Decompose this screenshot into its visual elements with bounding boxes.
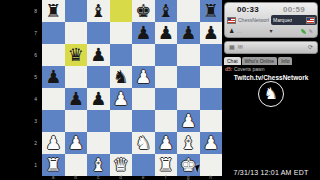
square-h8[interactable]: ♜ <box>200 0 223 22</box>
square-h7[interactable]: ♟ <box>200 22 223 44</box>
black-knight: ♞ <box>113 66 129 88</box>
black-queen: ♛ <box>68 44 84 66</box>
black-king: ♚ <box>135 0 151 22</box>
square-e5[interactable]: ♟ <box>132 66 155 88</box>
square-c2[interactable] <box>87 132 110 154</box>
clock-panel-footer: ♟ … ▾ ✎ <box>225 25 317 37</box>
square-d3[interactable] <box>110 110 133 132</box>
square-b3[interactable] <box>65 110 88 132</box>
square-f1[interactable]: ♜ <box>155 154 178 176</box>
file-label: c <box>87 175 110 180</box>
white-rook: ♜ <box>158 154 174 176</box>
black-player-name[interactable]: Marquez <box>273 17 292 23</box>
square-f8[interactable]: ♝ <box>155 0 178 22</box>
refresh-icon[interactable]: ⟳ <box>308 44 313 51</box>
square-a7[interactable] <box>42 22 65 44</box>
white-bishop: ♝ <box>180 132 196 154</box>
chat-tabs: Chat Who's Online Info <box>224 56 318 65</box>
square-f2[interactable]: ♟ <box>155 132 178 154</box>
square-c8[interactable]: ♝ <box>87 0 110 22</box>
player-row: ChessNetwork Marquez <box>225 15 317 25</box>
square-b6[interactable]: ♛ <box>65 44 88 66</box>
white-queen: ♛ <box>113 154 129 176</box>
rank-label: 3 <box>24 110 40 132</box>
file-labels: abcdefgh <box>42 175 222 180</box>
file-label: b <box>65 175 88 180</box>
file-label: f <box>155 175 178 180</box>
rank-label: 4 <box>24 88 40 110</box>
square-g6[interactable] <box>177 44 200 66</box>
square-e8[interactable]: ♚ <box>132 0 155 22</box>
chat-message-author: d5: <box>225 66 233 72</box>
square-a6[interactable] <box>42 44 65 66</box>
square-c7[interactable] <box>87 22 110 44</box>
square-d2[interactable] <box>110 132 133 154</box>
rank-label: 1 <box>24 154 40 176</box>
black-bishop: ♝ <box>158 0 174 22</box>
grid-icon[interactable]: ▦ <box>229 44 235 51</box>
square-b5[interactable] <box>65 66 88 88</box>
square-c6[interactable]: ♟ <box>87 44 110 66</box>
square-h2[interactable]: ♟ <box>200 132 223 154</box>
square-d5[interactable]: ♞ <box>110 66 133 88</box>
square-a4[interactable] <box>42 88 65 110</box>
square-b1[interactable] <box>65 154 88 176</box>
square-g8[interactable] <box>177 0 200 22</box>
white-pawn: ♟ <box>203 132 219 154</box>
white-player-area: ChessNetwork <box>225 15 271 25</box>
file-label: g <box>177 175 200 180</box>
black-pawn: ♟ <box>90 44 106 66</box>
twitter-link: Twitter.com/ChessNetwork <box>222 145 320 151</box>
white-rook: ♜ <box>45 154 61 176</box>
mail-icon[interactable]: ✉ <box>238 44 243 51</box>
square-a8[interactable]: ♜ <box>42 0 65 22</box>
rank-label: 5 <box>24 66 40 88</box>
chat-message-text: Coverts pawn <box>233 66 265 72</box>
knight-logo-icon: ♞ <box>264 86 278 102</box>
square-b7[interactable] <box>65 22 88 44</box>
white-knight: ♞ <box>135 132 151 154</box>
square-g7[interactable]: ♟ <box>177 22 200 44</box>
black-pawn: ♟ <box>45 66 61 88</box>
square-h6[interactable] <box>200 44 223 66</box>
tab-whos-online[interactable]: Who's Online <box>242 57 278 65</box>
rank-labels: 87654321 <box>24 0 40 176</box>
chevron-down-icon[interactable]: ▾ <box>270 28 273 34</box>
square-e7[interactable]: ♟ <box>132 22 155 44</box>
file-label: a <box>42 175 65 180</box>
white-clock: 00:33 <box>225 5 271 14</box>
clock-row: 00:33 00:59 <box>225 3 317 15</box>
square-e3[interactable] <box>132 110 155 132</box>
square-b8[interactable] <box>65 0 88 22</box>
tab-info[interactable]: Info <box>278 57 292 65</box>
square-g3[interactable]: ♟ <box>177 110 200 132</box>
black-pawn: ♟ <box>158 22 174 44</box>
square-f7[interactable]: ♟ <box>155 22 178 44</box>
square-h1[interactable] <box>200 154 223 176</box>
white-pawn: ♟ <box>180 110 196 132</box>
black-pawn: ♟ <box>180 22 196 44</box>
youtube-link: YouTube.com/ChessNetwork <box>222 109 320 115</box>
square-e2[interactable]: ♞ <box>132 132 155 154</box>
square-c4[interactable]: ♟ <box>87 88 110 110</box>
black-rook: ♜ <box>45 0 61 22</box>
square-a3[interactable] <box>42 110 65 132</box>
tab-chat[interactable]: Chat <box>224 57 241 65</box>
file-label: e <box>132 175 155 180</box>
black-player-area: Marquez <box>271 15 317 25</box>
twitch-link: Twitch.tv/ChessNetwork <box>222 74 320 81</box>
square-d4[interactable]: ♟ <box>110 88 133 110</box>
white-pawn: ♟ <box>158 132 174 154</box>
square-f6[interactable] <box>155 44 178 66</box>
white-pawn: ♟ <box>68 132 84 154</box>
captured-pieces: … <box>236 28 241 34</box>
gplus-link: GPlus.to/ChessNetwork <box>222 158 320 164</box>
square-a5[interactable]: ♟ <box>42 66 65 88</box>
square-a1[interactable]: ♜ <box>42 154 65 176</box>
square-c1[interactable]: ♝ <box>87 154 110 176</box>
square-c5[interactable] <box>87 66 110 88</box>
black-pawn: ♟ <box>135 22 151 44</box>
square-d1[interactable]: ♛ <box>110 154 133 176</box>
rank-label: 6 <box>24 44 40 66</box>
square-a2[interactable]: ♟ <box>42 132 65 154</box>
white-pawn: ♟ <box>45 132 61 154</box>
square-f5[interactable] <box>155 66 178 88</box>
square-e6[interactable] <box>132 44 155 66</box>
square-h3[interactable] <box>200 110 223 132</box>
file-label: h <box>200 175 223 180</box>
clock-panel: 00:33 00:59 ChessNetwork Marquez ♟ … ▾ ✎ <box>224 2 318 38</box>
rank-label: 7 <box>24 22 40 44</box>
chessnetwork-logo: ♞ <box>258 81 284 107</box>
stream-timestamp: 7/31/13 12:01 AM EDT <box>222 169 320 176</box>
us-flag-icon <box>306 17 315 24</box>
square-e4[interactable] <box>132 88 155 110</box>
us-flag-icon <box>227 17 236 24</box>
square-f4[interactable] <box>155 88 178 110</box>
chat-message: d5: Coverts pawn <box>225 66 319 72</box>
black-pawn: ♟ <box>203 22 219 44</box>
square-d6[interactable] <box>110 44 133 66</box>
facebook-link: Facebook.com/ChessNetwork <box>222 127 320 133</box>
square-h5[interactable] <box>200 66 223 88</box>
black-pawn: ♟ <box>68 88 84 110</box>
square-f3[interactable] <box>155 110 178 132</box>
chat-toolbar: ▦ ✉ ⟳ <box>224 41 318 54</box>
rank-label: 8 <box>24 0 40 22</box>
square-b4[interactable]: ♟ <box>65 88 88 110</box>
square-c3[interactable] <box>87 110 110 132</box>
sprout-icon <box>301 29 306 34</box>
black-rook: ♜ <box>203 0 219 22</box>
black-pawn: ♟ <box>90 88 106 110</box>
captured-pawn-icon: ♟ <box>229 28 234 34</box>
black-clock: 00:59 <box>271 5 317 14</box>
pencil-icon[interactable]: ✎ <box>309 28 313 34</box>
square-g4[interactable] <box>177 88 200 110</box>
square-d8[interactable] <box>110 0 133 22</box>
square-g2[interactable]: ♝ <box>177 132 200 154</box>
black-bishop: ♝ <box>90 0 106 22</box>
square-b2[interactable]: ♟ <box>65 132 88 154</box>
white-pawn: ♟ <box>135 66 151 88</box>
square-g5[interactable] <box>177 66 200 88</box>
square-d7[interactable] <box>110 22 133 44</box>
white-player-name[interactable]: ChessNetwork <box>238 17 269 23</box>
file-label: d <box>110 175 133 180</box>
square-e1[interactable] <box>132 154 155 176</box>
chess-board: ♜♝♚♝♜♟♟♟♟♛♟♟♞♟♟♟♟♟♟♟♞♟♝♟♜♝♛♜♚ <box>42 0 222 176</box>
white-bishop: ♝ <box>90 154 106 176</box>
rank-label: 2 <box>24 132 40 154</box>
screen: 87654321 ♜♝♚♝♜♟♟♟♟♛♟♟♞♟♟♟♟♟♟♟♞♟♝♟♜♝♛♜♚ a… <box>0 0 320 180</box>
square-h4[interactable] <box>200 88 223 110</box>
white-pawn: ♟ <box>113 88 129 110</box>
